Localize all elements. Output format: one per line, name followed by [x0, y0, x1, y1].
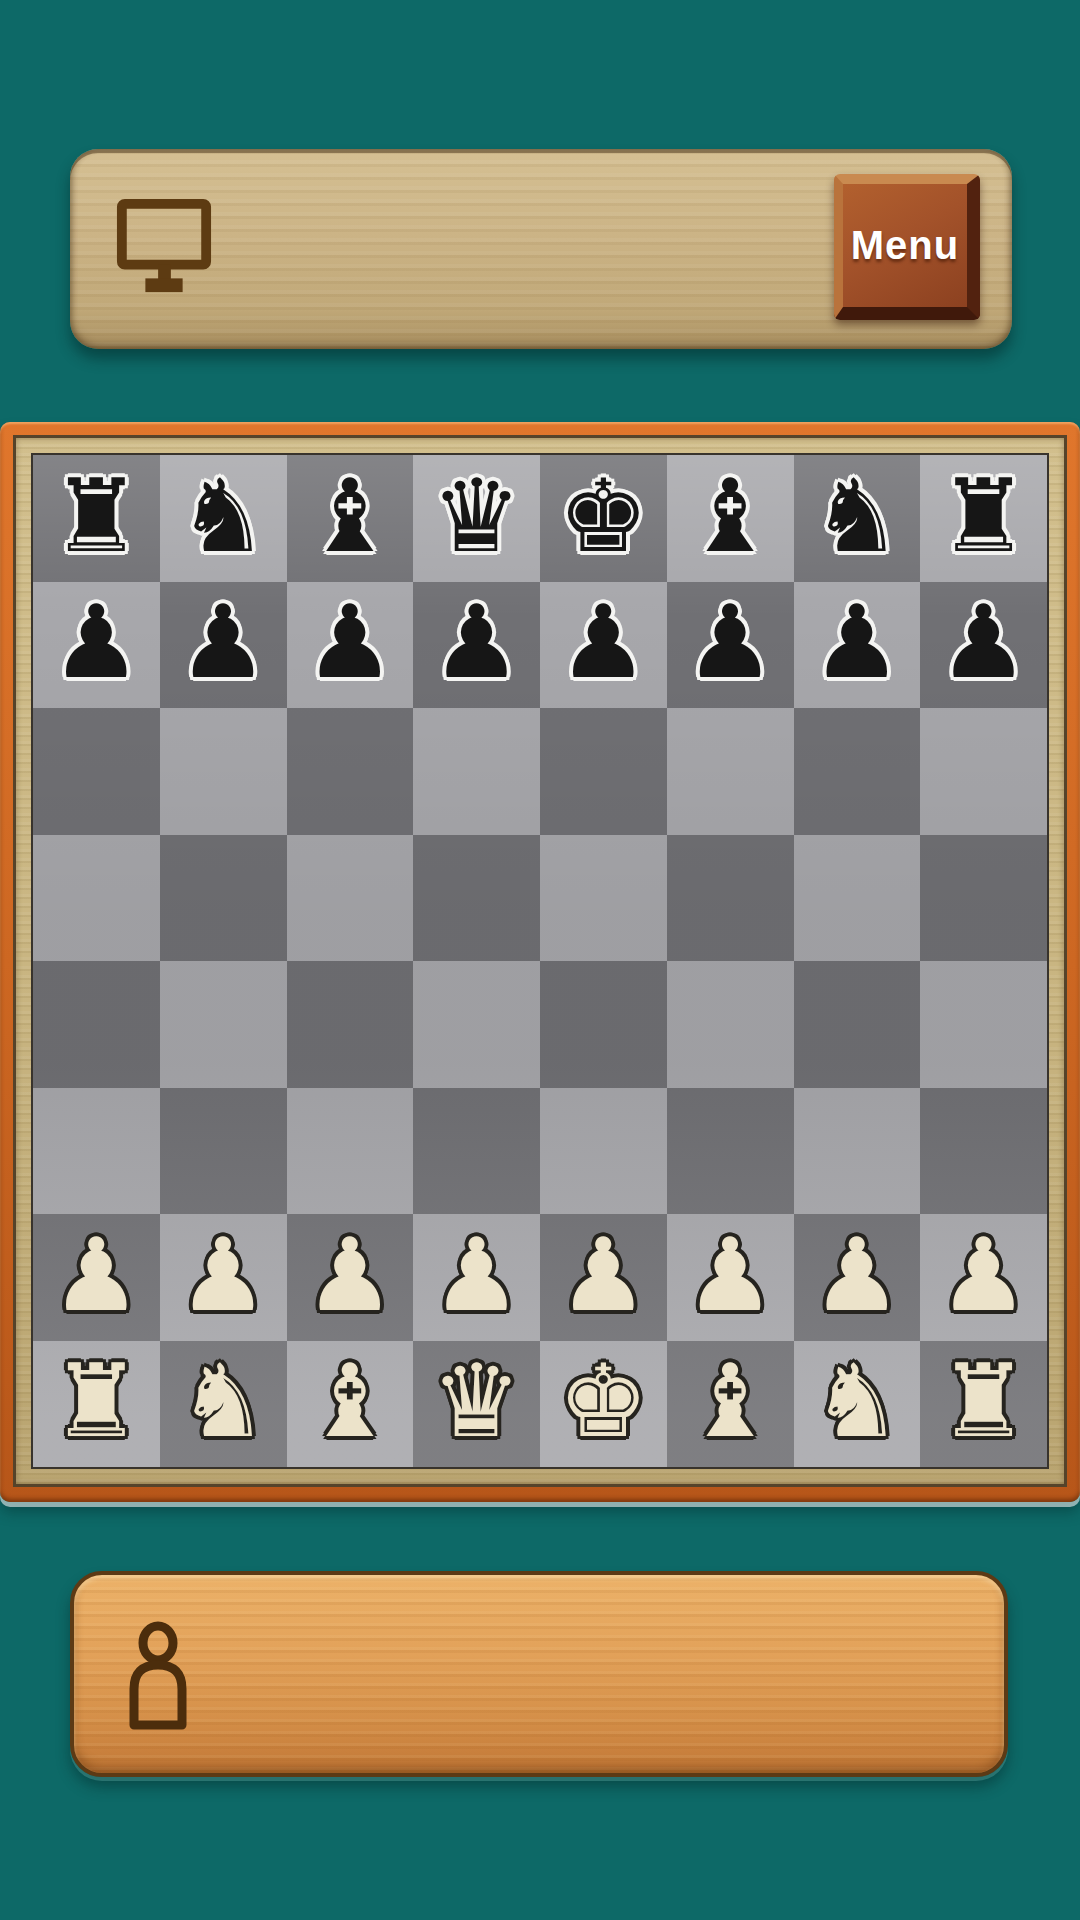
square-c1[interactable]: ♝ — [287, 1341, 414, 1468]
square-f6[interactable] — [667, 708, 794, 835]
square-b6[interactable] — [160, 708, 287, 835]
piece-white-bishop: ♝ — [685, 1351, 776, 1452]
square-d1[interactable]: ♛ — [413, 1341, 540, 1468]
piece-white-queen: ♛ — [431, 1351, 522, 1452]
square-a1[interactable]: ♜ — [33, 1341, 160, 1468]
piece-black-rook: ♜ — [938, 466, 1029, 567]
square-b4[interactable] — [160, 961, 287, 1088]
square-c4[interactable] — [287, 961, 414, 1088]
square-c2[interactable]: ♟ — [287, 1214, 414, 1341]
square-a4[interactable] — [33, 961, 160, 1088]
square-f5[interactable] — [667, 835, 794, 962]
square-e3[interactable] — [540, 1088, 667, 1215]
square-e8[interactable]: ♚ — [540, 455, 667, 582]
monitor-icon[interactable] — [114, 199, 214, 297]
piece-black-pawn: ♟ — [178, 592, 269, 693]
square-e7[interactable]: ♟ — [540, 582, 667, 709]
piece-white-pawn: ♟ — [51, 1225, 142, 1326]
square-d2[interactable]: ♟ — [413, 1214, 540, 1341]
piece-white-rook: ♜ — [938, 1351, 1029, 1452]
square-h3[interactable] — [920, 1088, 1047, 1215]
square-c7[interactable]: ♟ — [287, 582, 414, 709]
piece-black-pawn: ♟ — [685, 592, 776, 693]
square-g7[interactable]: ♟ — [794, 582, 921, 709]
piece-white-knight: ♞ — [812, 1351, 903, 1452]
square-b2[interactable]: ♟ — [160, 1214, 287, 1341]
square-e1[interactable]: ♚ — [540, 1341, 667, 1468]
piece-black-queen: ♛ — [431, 466, 522, 567]
square-e5[interactable] — [540, 835, 667, 962]
piece-black-pawn: ♟ — [431, 592, 522, 693]
square-d7[interactable]: ♟ — [413, 582, 540, 709]
square-a2[interactable]: ♟ — [33, 1214, 160, 1341]
square-f4[interactable] — [667, 961, 794, 1088]
piece-black-pawn: ♟ — [812, 592, 903, 693]
square-b5[interactable] — [160, 835, 287, 962]
square-g4[interactable] — [794, 961, 921, 1088]
piece-black-pawn: ♟ — [51, 592, 142, 693]
square-e6[interactable] — [540, 708, 667, 835]
piece-white-pawn: ♟ — [812, 1225, 903, 1326]
piece-black-bishop: ♝ — [685, 466, 776, 567]
square-d6[interactable] — [413, 708, 540, 835]
square-b3[interactable] — [160, 1088, 287, 1215]
square-c3[interactable] — [287, 1088, 414, 1215]
square-h1[interactable]: ♜ — [920, 1341, 1047, 1468]
square-a8[interactable]: ♜ — [33, 455, 160, 582]
piece-white-bishop: ♝ — [305, 1351, 396, 1452]
menu-button-label: Menu — [851, 223, 959, 268]
square-h4[interactable] — [920, 961, 1047, 1088]
square-h7[interactable]: ♟ — [920, 582, 1047, 709]
square-f2[interactable]: ♟ — [667, 1214, 794, 1341]
piece-black-bishop: ♝ — [305, 466, 396, 567]
square-a5[interactable] — [33, 835, 160, 962]
square-g3[interactable] — [794, 1088, 921, 1215]
square-g5[interactable] — [794, 835, 921, 962]
piece-white-pawn: ♟ — [685, 1225, 776, 1326]
square-g1[interactable]: ♞ — [794, 1341, 921, 1468]
menu-button[interactable]: Menu — [834, 174, 980, 320]
square-g2[interactable]: ♟ — [794, 1214, 921, 1341]
piece-white-rook: ♜ — [51, 1351, 142, 1452]
piece-black-pawn: ♟ — [305, 592, 396, 693]
piece-black-king: ♚ — [558, 466, 649, 567]
square-c8[interactable]: ♝ — [287, 455, 414, 582]
square-b7[interactable]: ♟ — [160, 582, 287, 709]
square-f7[interactable]: ♟ — [667, 582, 794, 709]
square-g8[interactable]: ♞ — [794, 455, 921, 582]
board-frame: ♜♞♝♛♚♝♞♜♟♟♟♟♟♟♟♟♟♟♟♟♟♟♟♟♜♞♝♛♚♝♞♜ — [0, 422, 1080, 1502]
square-b1[interactable]: ♞ — [160, 1341, 287, 1468]
piece-black-pawn: ♟ — [938, 592, 1029, 693]
chess-board[interactable]: ♜♞♝♛♚♝♞♜♟♟♟♟♟♟♟♟♟♟♟♟♟♟♟♟♜♞♝♛♚♝♞♜ — [31, 453, 1049, 1469]
square-f1[interactable]: ♝ — [667, 1341, 794, 1468]
piece-white-knight: ♞ — [178, 1351, 269, 1452]
piece-black-pawn: ♟ — [558, 592, 649, 693]
piece-white-king: ♚ — [558, 1351, 649, 1452]
square-d8[interactable]: ♛ — [413, 455, 540, 582]
square-h5[interactable] — [920, 835, 1047, 962]
piece-white-pawn: ♟ — [305, 1225, 396, 1326]
square-b8[interactable]: ♞ — [160, 455, 287, 582]
piece-black-knight: ♞ — [178, 466, 269, 567]
square-h8[interactable]: ♜ — [920, 455, 1047, 582]
square-f8[interactable]: ♝ — [667, 455, 794, 582]
square-g6[interactable] — [794, 708, 921, 835]
piece-black-knight: ♞ — [812, 466, 903, 567]
square-d5[interactable] — [413, 835, 540, 962]
piece-white-pawn: ♟ — [938, 1225, 1029, 1326]
player-icon[interactable] — [116, 1621, 200, 1733]
square-h6[interactable] — [920, 708, 1047, 835]
top-toolbar: Menu — [70, 149, 1012, 349]
square-f3[interactable] — [667, 1088, 794, 1215]
square-e4[interactable] — [540, 961, 667, 1088]
square-c5[interactable] — [287, 835, 414, 962]
player-bar — [70, 1571, 1008, 1777]
piece-black-rook: ♜ — [51, 466, 142, 567]
square-h2[interactable]: ♟ — [920, 1214, 1047, 1341]
square-d4[interactable] — [413, 961, 540, 1088]
square-a3[interactable] — [33, 1088, 160, 1215]
square-e2[interactable]: ♟ — [540, 1214, 667, 1341]
square-d3[interactable] — [413, 1088, 540, 1215]
square-c6[interactable] — [287, 708, 414, 835]
square-a7[interactable]: ♟ — [33, 582, 160, 709]
board-frame-inner: ♜♞♝♛♚♝♞♜♟♟♟♟♟♟♟♟♟♟♟♟♟♟♟♟♜♞♝♛♚♝♞♜ — [13, 435, 1067, 1487]
piece-white-pawn: ♟ — [558, 1225, 649, 1326]
piece-white-pawn: ♟ — [178, 1225, 269, 1326]
piece-white-pawn: ♟ — [431, 1225, 522, 1326]
square-a6[interactable] — [33, 708, 160, 835]
